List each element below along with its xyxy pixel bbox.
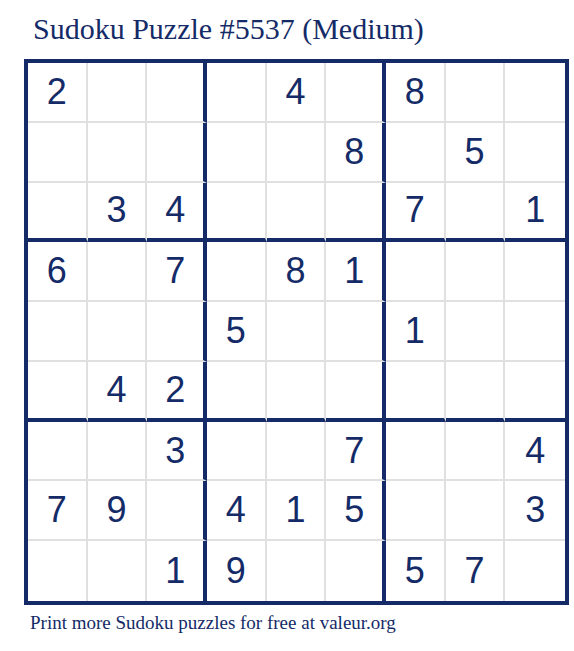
cell-r3c3: 4 — [147, 183, 207, 243]
cell-r3c1[interactable] — [28, 183, 88, 243]
cell-r5c3[interactable] — [147, 302, 207, 362]
cell-r7c7[interactable] — [386, 422, 446, 482]
cell-r5c6[interactable] — [326, 302, 386, 362]
cell-r2c1[interactable] — [28, 123, 88, 183]
cell-r6c4[interactable] — [207, 362, 267, 422]
cell-r1c3[interactable] — [147, 63, 207, 123]
cell-r2c7[interactable] — [386, 123, 446, 183]
cell-r1c5: 4 — [267, 63, 327, 123]
cell-r4c6: 1 — [326, 242, 386, 302]
cell-r7c5[interactable] — [267, 422, 327, 482]
cell-r7c9: 4 — [505, 422, 565, 482]
cell-r9c2[interactable] — [88, 541, 148, 601]
cell-r7c6: 7 — [326, 422, 386, 482]
cell-r9c4: 9 — [207, 541, 267, 601]
cell-r9c7: 5 — [386, 541, 446, 601]
cell-r5c8[interactable] — [446, 302, 506, 362]
cell-r5c1[interactable] — [28, 302, 88, 362]
cell-r6c5[interactable] — [267, 362, 327, 422]
cell-r2c2[interactable] — [88, 123, 148, 183]
cell-r4c2[interactable] — [88, 242, 148, 302]
cell-r5c5[interactable] — [267, 302, 327, 362]
cell-r8c3[interactable] — [147, 481, 207, 541]
cell-r3c2: 3 — [88, 183, 148, 243]
cell-r9c3: 1 — [147, 541, 207, 601]
cell-r8c1: 7 — [28, 481, 88, 541]
cell-r7c1[interactable] — [28, 422, 88, 482]
cell-r1c9[interactable] — [505, 63, 565, 123]
cell-r6c7[interactable] — [386, 362, 446, 422]
cell-r2c6: 8 — [326, 123, 386, 183]
cell-r8c6: 5 — [326, 481, 386, 541]
cell-r4c1: 6 — [28, 242, 88, 302]
cell-r4c4[interactable] — [207, 242, 267, 302]
cell-r7c8[interactable] — [446, 422, 506, 482]
cell-r6c8[interactable] — [446, 362, 506, 422]
cell-r4c3: 7 — [147, 242, 207, 302]
cell-r5c4: 5 — [207, 302, 267, 362]
cell-r7c4[interactable] — [207, 422, 267, 482]
cell-r6c3: 2 — [147, 362, 207, 422]
cell-r1c4[interactable] — [207, 63, 267, 123]
cell-r3c8[interactable] — [446, 183, 506, 243]
cell-r9c1[interactable] — [28, 541, 88, 601]
cell-r5c9[interactable] — [505, 302, 565, 362]
cell-r1c6[interactable] — [326, 63, 386, 123]
cell-r8c2: 9 — [88, 481, 148, 541]
cell-r7c2[interactable] — [88, 422, 148, 482]
cell-r8c7[interactable] — [386, 481, 446, 541]
cell-r1c1: 2 — [28, 63, 88, 123]
cell-r1c8[interactable] — [446, 63, 506, 123]
cell-r2c9[interactable] — [505, 123, 565, 183]
cell-r9c6[interactable] — [326, 541, 386, 601]
cell-r2c3[interactable] — [147, 123, 207, 183]
cell-r3c6[interactable] — [326, 183, 386, 243]
cell-r6c9[interactable] — [505, 362, 565, 422]
cell-r2c5[interactable] — [267, 123, 327, 183]
cell-r5c7: 1 — [386, 302, 446, 362]
cell-r2c4[interactable] — [207, 123, 267, 183]
footer-text: Print more Sudoku puzzles for free at va… — [30, 611, 396, 635]
cell-r6c6[interactable] — [326, 362, 386, 422]
cell-r9c9[interactable] — [505, 541, 565, 601]
cell-r4c7[interactable] — [386, 242, 446, 302]
cell-r7c3: 3 — [147, 422, 207, 482]
cell-r9c8: 7 — [446, 541, 506, 601]
cell-r8c9: 3 — [505, 481, 565, 541]
cell-r2c8: 5 — [446, 123, 506, 183]
cell-r1c2[interactable] — [88, 63, 148, 123]
cell-r8c5: 1 — [267, 481, 327, 541]
cell-r6c2: 4 — [88, 362, 148, 422]
cell-r9c5[interactable] — [267, 541, 327, 601]
cell-r3c9: 1 — [505, 183, 565, 243]
sudoku-grid: 248853471678151423747941531957 — [24, 59, 569, 605]
cell-r1c7: 8 — [386, 63, 446, 123]
cell-r4c5: 8 — [267, 242, 327, 302]
cell-r3c7: 7 — [386, 183, 446, 243]
cell-r4c8[interactable] — [446, 242, 506, 302]
cell-r5c2[interactable] — [88, 302, 148, 362]
cell-r8c8[interactable] — [446, 481, 506, 541]
cell-r4c9[interactable] — [505, 242, 565, 302]
cell-r3c5[interactable] — [267, 183, 327, 243]
cell-r6c1[interactable] — [28, 362, 88, 422]
cell-r3c4[interactable] — [207, 183, 267, 243]
cell-r8c4: 4 — [207, 481, 267, 541]
page-title: Sudoku Puzzle #5537 (Medium) — [33, 12, 424, 46]
